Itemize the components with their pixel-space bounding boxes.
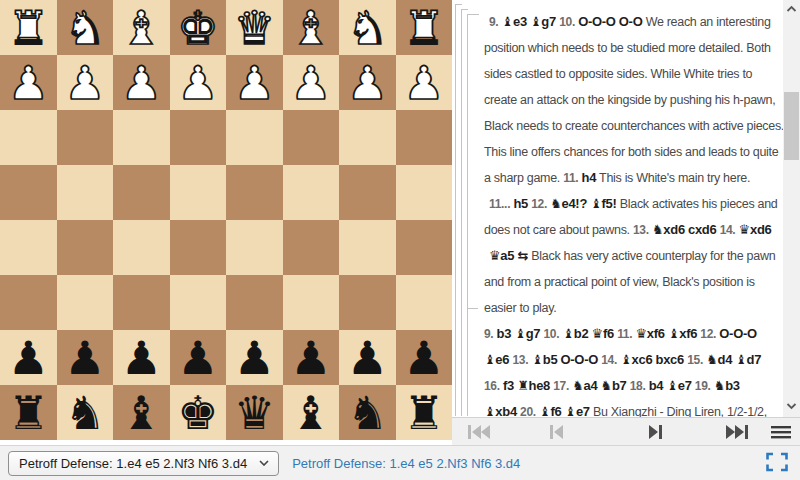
chess-opening-viewer: ♜♞♝♚♛♝♞♜♟♟♟♟♟♟♟♟♟♟♟♟♟♟♟♟♜♞♝♚♛♝♞♜ 9. ♝e3 …: [0, 0, 800, 480]
white-knight[interactable]: ♞: [347, 5, 388, 51]
square[interactable]: [113, 220, 170, 275]
square[interactable]: ♜: [396, 0, 453, 55]
square[interactable]: [226, 220, 283, 275]
comment-text: and from a practical point of view, Blac…: [484, 275, 755, 289]
square[interactable]: [283, 275, 340, 330]
white-pawn[interactable]: ♟: [403, 60, 444, 106]
square[interactable]: ♚: [170, 385, 227, 440]
notation-scrollbar[interactable]: [783, 0, 800, 417]
comment-text: position which needs to be studied more …: [484, 41, 771, 55]
move[interactable]: ♝e7: [565, 404, 590, 417]
notation-menu-button[interactable]: [768, 424, 794, 440]
white-queen[interactable]: ♛: [234, 5, 275, 51]
move-number: 20.: [520, 405, 536, 417]
move[interactable]: O-O-O: [561, 352, 599, 367]
move[interactable]: ♝b5: [531, 352, 557, 367]
square[interactable]: ♞: [339, 0, 396, 55]
black-rook[interactable]: ♜: [403, 390, 444, 436]
square[interactable]: [283, 110, 340, 165]
move[interactable]: ♝e3: [502, 14, 527, 29]
square[interactable]: [170, 165, 227, 220]
move[interactable]: ♞b3: [714, 378, 740, 393]
square[interactable]: [339, 110, 396, 165]
square[interactable]: ♟: [57, 330, 114, 385]
move[interactable]: bxc6: [656, 352, 684, 367]
square[interactable]: ♞: [339, 385, 396, 440]
white-pawn[interactable]: ♟: [121, 60, 162, 106]
chess-board[interactable]: ♜♞♝♚♛♝♞♜♟♟♟♟♟♟♟♟♟♟♟♟♟♟♟♟♜♞♝♚♛♝♞♜: [0, 0, 452, 440]
fullscreen-button[interactable]: [763, 452, 791, 475]
scrollbar-thumb[interactable]: [784, 92, 799, 160]
move[interactable]: ♛a5 ⇆: [489, 248, 528, 263]
square[interactable]: [226, 110, 283, 165]
notation-line: 11... h5 12. ♞e4!? ♝f5! Black activates …: [484, 191, 777, 217]
move-number: 13.: [633, 223, 649, 237]
step-forward-icon: [647, 424, 663, 440]
move[interactable]: cxd6: [688, 222, 716, 237]
hamburger-menu-icon: [771, 424, 791, 440]
square[interactable]: [0, 275, 57, 330]
fullscreen-icon: [765, 452, 789, 475]
square[interactable]: [113, 165, 170, 220]
move[interactable]: h5: [513, 196, 528, 211]
black-pawn[interactable]: ♟: [290, 335, 331, 381]
white-bishop[interactable]: ♝: [121, 5, 162, 51]
move[interactable]: b3: [497, 326, 512, 341]
comment-text: create an attack on the kingside by push…: [484, 93, 775, 107]
square[interactable]: [226, 275, 283, 330]
square[interactable]: [57, 165, 114, 220]
square[interactable]: ♟: [226, 330, 283, 385]
move[interactable]: ♝xc6: [620, 352, 652, 367]
comment-text: We reach an interesting: [646, 15, 771, 29]
square[interactable]: ♞: [57, 0, 114, 55]
move[interactable]: ♞b7: [601, 378, 627, 393]
comment-text: This line offers chances for both sides …: [484, 145, 778, 159]
square[interactable]: [0, 220, 57, 275]
move[interactable]: O-O-O: [578, 14, 616, 29]
move[interactable]: ♝xf6: [668, 326, 697, 341]
move-number: 9.: [489, 15, 498, 29]
move-number: 13.: [512, 353, 528, 367]
move-number: 10.: [544, 327, 560, 341]
square[interactable]: ♟: [113, 330, 170, 385]
opening-link[interactable]: Petroff Defense: 1.e4 e5 2.Nf3 Nf6 3.d4: [292, 456, 520, 471]
white-pawn[interactable]: ♟: [8, 60, 49, 106]
move[interactable]: ♝d7: [735, 352, 761, 367]
notation-line: 16. f3 ♜he8 17. ♞a4 ♞b7 18. b4 ♝e7 19. ♞…: [484, 373, 777, 399]
move[interactable]: O-O: [619, 14, 643, 29]
move[interactable]: f3: [503, 378, 514, 393]
square[interactable]: [283, 165, 340, 220]
black-queen[interactable]: ♛: [234, 390, 275, 436]
square[interactable]: [396, 275, 453, 330]
notation-line: 9. ♝e3 ♝g7 10. O-O-O O-O We reach an int…: [484, 9, 777, 35]
square[interactable]: [170, 220, 227, 275]
black-pawn[interactable]: ♟: [403, 335, 444, 381]
opening-select[interactable]: Petroff Defense: 1.e4 e5 2.Nf3 Nf6 3.d4: [8, 451, 279, 476]
move[interactable]: ♞a4: [572, 378, 597, 393]
move-number: 12.: [531, 197, 547, 211]
square[interactable]: ♟: [283, 55, 340, 110]
chevron-down-icon: [259, 460, 269, 466]
go-to-start-button[interactable]: [466, 424, 492, 440]
square[interactable]: ♟: [113, 55, 170, 110]
square[interactable]: ♟: [396, 330, 453, 385]
square[interactable]: ♜: [0, 0, 57, 55]
white-pawn[interactable]: ♟: [64, 60, 105, 106]
black-knight[interactable]: ♞: [64, 390, 105, 436]
notation-line: and from a practical point of view, Blac…: [484, 269, 777, 295]
black-pawn[interactable]: ♟: [234, 335, 275, 381]
move-number: 16.: [484, 379, 500, 393]
square[interactable]: ♟: [226, 55, 283, 110]
scroll-down-icon[interactable]: [783, 399, 800, 413]
square[interactable]: [57, 220, 114, 275]
notation-line: ♝e6 13. ♝b5 O-O-O 14. ♝xc6 bxc6 15. ♞d4 …: [484, 347, 777, 373]
move[interactable]: ♜he8: [517, 378, 550, 393]
next-move-button[interactable]: [642, 424, 668, 440]
comment-text: Black has very active counterplay for th…: [531, 249, 775, 263]
square[interactable]: ♛: [226, 0, 283, 55]
notation-line: position which needs to be studied more …: [484, 35, 777, 61]
notation-line: This line offers chances for both sides …: [484, 139, 777, 165]
move[interactable]: ♝f5!: [590, 196, 616, 211]
move[interactable]: ♝g7: [530, 14, 556, 29]
white-pawn[interactable]: ♟: [290, 60, 331, 106]
comment-text: Bu Xiangzhi - Ding Liren, 1/2-1/2,: [593, 405, 767, 417]
move[interactable]: h4: [582, 170, 597, 185]
notation-line: 9. b3 ♝g7 10. ♝b2 ♛f6 11. ♛xf6 ♝xf6 12. …: [484, 321, 777, 347]
black-pawn[interactable]: ♟: [121, 335, 162, 381]
square[interactable]: [170, 275, 227, 330]
square[interactable]: ♜: [396, 385, 453, 440]
opening-select-value: Petroff Defense: 1.e4 e5 2.Nf3 Nf6 3.d4: [19, 456, 247, 471]
move-number: 11.: [617, 327, 632, 341]
go-to-end-button[interactable]: [724, 424, 750, 440]
square[interactable]: [113, 275, 170, 330]
square[interactable]: [339, 165, 396, 220]
move-number: 14.: [720, 223, 736, 237]
black-pawn[interactable]: ♟: [177, 335, 218, 381]
white-pawn[interactable]: ♟: [177, 60, 218, 106]
square[interactable]: ♟: [339, 330, 396, 385]
square[interactable]: ♛: [226, 385, 283, 440]
square[interactable]: [396, 165, 453, 220]
move[interactable]: ♞xd6: [652, 222, 685, 237]
move[interactable]: b4: [649, 378, 664, 393]
black-bishop[interactable]: ♝: [290, 390, 331, 436]
move-number: 19.: [695, 379, 711, 393]
white-bishop[interactable]: ♝: [290, 5, 331, 51]
scroll-up-icon[interactable]: [783, 2, 800, 16]
comment-text: This is White's main try here.: [599, 171, 750, 185]
move[interactable]: ♝e7: [666, 378, 691, 393]
square[interactable]: ♟: [170, 330, 227, 385]
square[interactable]: ♜: [0, 385, 57, 440]
comment-text: Black needs to create counterchances wit…: [484, 119, 783, 133]
move-number: 14.: [601, 353, 617, 367]
move-navigation-bar: [452, 417, 800, 445]
white-king[interactable]: ♚: [177, 5, 218, 51]
move-number: 18.: [630, 379, 646, 393]
move-number: 12.: [700, 327, 716, 341]
move[interactable]: ♛f6: [592, 326, 614, 341]
black-pawn[interactable]: ♟: [347, 335, 388, 381]
notation-line: create an attack on the kingside by push…: [484, 87, 777, 113]
move-number: 10.: [559, 15, 575, 29]
comment-text: Black activates his pieces and: [620, 197, 778, 211]
comment-text: does not care about pawns.: [484, 223, 630, 237]
comment-text: a sharp game.: [484, 171, 560, 185]
black-king[interactable]: ♚: [177, 390, 218, 436]
bottom-bar: Petroff Defense: 1.e4 e5 2.Nf3 Nf6 3.d4 …: [0, 445, 800, 480]
comment-text: sides castled to opposite sides. While W…: [484, 67, 752, 81]
notation-line: a sharp game. 11. h4 This is White's mai…: [484, 165, 777, 191]
square[interactable]: ♟: [283, 330, 340, 385]
square[interactable]: ♝: [283, 385, 340, 440]
black-pawn[interactable]: ♟: [8, 335, 49, 381]
white-knight[interactable]: ♞: [64, 5, 105, 51]
square[interactable]: ♟: [396, 55, 453, 110]
square[interactable]: [339, 220, 396, 275]
square[interactable]: [57, 110, 114, 165]
square[interactable]: [396, 220, 453, 275]
notation-line: ♛a5 ⇆ Black has very active counterplay …: [484, 243, 777, 269]
move[interactable]: ♞e4!?: [550, 196, 587, 211]
square[interactable]: ♟: [170, 55, 227, 110]
square[interactable]: [0, 110, 57, 165]
notation-panel: 9. ♝e3 ♝g7 10. O-O-O O-O We reach an int…: [452, 0, 783, 417]
square[interactable]: [396, 110, 453, 165]
notation-line: Black needs to create counterchances wit…: [484, 113, 777, 139]
step-back-icon: [549, 424, 565, 440]
square[interactable]: [113, 110, 170, 165]
square[interactable]: ♞: [57, 385, 114, 440]
square[interactable]: [0, 165, 57, 220]
move[interactable]: ♝f6: [539, 404, 561, 417]
square[interactable]: [170, 110, 227, 165]
skip-to-end-icon: [725, 424, 749, 440]
square[interactable]: ♝: [113, 385, 170, 440]
notation-line: does not care about pawns. 13. ♞xd6 cxd6…: [484, 217, 777, 243]
previous-move-button[interactable]: [544, 424, 570, 440]
square[interactable]: ♟: [57, 55, 114, 110]
move[interactable]: ♝e6: [484, 352, 509, 367]
square[interactable]: [57, 275, 114, 330]
square[interactable]: ♝: [283, 0, 340, 55]
black-bishop[interactable]: ♝: [121, 390, 162, 436]
square[interactable]: [283, 220, 340, 275]
black-pawn[interactable]: ♟: [64, 335, 105, 381]
move[interactable]: ♝xb4: [484, 404, 517, 417]
comment-text: easier to play.: [484, 301, 556, 315]
move-number: 17.: [553, 379, 569, 393]
move-number: 9.: [484, 327, 493, 341]
square[interactable]: ♚: [170, 0, 227, 55]
variation-bracket: [467, 14, 479, 416]
move[interactable]: ♝g7: [514, 326, 540, 341]
move-number: 11.: [563, 171, 578, 185]
notation-line: easier to play.: [484, 295, 777, 321]
move[interactable]: O-O-O: [719, 326, 757, 341]
square[interactable]: ♝: [113, 0, 170, 55]
notation-line: ♝xb4 20. ♝f6 ♝e7 Bu Xiangzhi - Ding Lire…: [484, 399, 777, 417]
square[interactable]: ♟: [0, 330, 57, 385]
black-rook[interactable]: ♜: [8, 390, 49, 436]
move[interactable]: ♛xf6: [635, 326, 664, 341]
move[interactable]: ♞d4: [706, 352, 732, 367]
black-knight[interactable]: ♞: [347, 390, 388, 436]
square[interactable]: ♟: [0, 55, 57, 110]
white-rook[interactable]: ♜: [8, 5, 49, 51]
square[interactable]: ♟: [339, 55, 396, 110]
white-pawn[interactable]: ♟: [347, 60, 388, 106]
square[interactable]: [339, 275, 396, 330]
square[interactable]: [226, 165, 283, 220]
skip-to-start-icon: [467, 424, 491, 440]
move-number: 11...: [489, 197, 510, 211]
variation-bracket: [468, 308, 478, 315]
move-number: 15.: [687, 353, 703, 367]
white-rook[interactable]: ♜: [403, 5, 444, 51]
notation-line: sides castled to opposite sides. While W…: [484, 61, 777, 87]
move[interactable]: ♝b2: [562, 326, 588, 341]
white-pawn[interactable]: ♟: [234, 60, 275, 106]
move[interactable]: ♛xd6: [739, 222, 772, 237]
